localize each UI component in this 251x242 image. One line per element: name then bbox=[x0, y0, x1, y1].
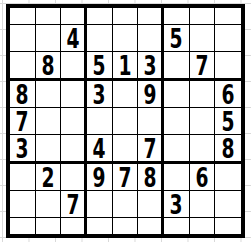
sudoku-cell-r1c7[interactable] bbox=[164, 8, 190, 25]
sudoku-cell-r8c8[interactable] bbox=[190, 191, 216, 218]
sudoku-cell-r9c7[interactable] bbox=[164, 218, 190, 235]
sudoku-cell-r4c7[interactable] bbox=[164, 81, 190, 108]
sudoku-cell-r4c4[interactable]: 3 bbox=[87, 81, 113, 108]
sudoku-cell-r8c6[interactable] bbox=[138, 191, 164, 218]
sudoku-cell-r1c9[interactable] bbox=[215, 8, 241, 25]
given-digit: 5 bbox=[222, 109, 235, 135]
sudoku-cell-r1c6[interactable] bbox=[138, 8, 164, 25]
given-digit: 1 bbox=[118, 53, 131, 79]
given-digit: 9 bbox=[143, 82, 156, 108]
sudoku-cell-r8c2[interactable] bbox=[36, 191, 62, 218]
given-digit: 4 bbox=[93, 136, 106, 162]
sudoku-cell-r2c5[interactable] bbox=[113, 25, 139, 52]
sudoku-cell-r6c5[interactable] bbox=[113, 135, 139, 164]
sudoku-cell-r8c1[interactable] bbox=[10, 191, 36, 218]
sudoku-cell-r4c6[interactable]: 9 bbox=[138, 81, 164, 108]
sudoku-cell-r4c2[interactable] bbox=[36, 81, 62, 108]
given-digit: 2 bbox=[41, 165, 54, 191]
given-digit: 8 bbox=[41, 53, 54, 79]
sudoku-cell-r9c4[interactable] bbox=[87, 218, 113, 235]
sudoku-cell-r3c7[interactable] bbox=[164, 52, 190, 81]
given-digit: 8 bbox=[16, 82, 29, 108]
sudoku-cell-r1c2[interactable] bbox=[36, 8, 62, 25]
sudoku-cell-r9c3[interactable] bbox=[61, 218, 87, 235]
given-digit: 7 bbox=[195, 53, 208, 79]
sudoku-cell-r2c4[interactable] bbox=[87, 25, 113, 52]
sudoku-cell-r5c5[interactable] bbox=[113, 108, 139, 135]
sudoku-cell-r2c3[interactable]: 4 bbox=[61, 25, 87, 52]
sudoku-cell-r8c9[interactable] bbox=[215, 191, 241, 218]
sudoku-cell-r7c9[interactable] bbox=[215, 164, 241, 191]
sudoku-cell-r1c4[interactable] bbox=[87, 8, 113, 25]
spreadsheet-background: 458513783967534782978673 bbox=[0, 0, 251, 242]
sudoku-cell-r9c6[interactable] bbox=[138, 218, 164, 235]
sudoku-cell-r6c6[interactable]: 7 bbox=[138, 135, 164, 164]
sudoku-cell-r1c3[interactable] bbox=[61, 8, 87, 25]
given-digit: 8 bbox=[143, 165, 156, 191]
sudoku-cell-r2c7[interactable]: 5 bbox=[164, 25, 190, 52]
sudoku-cell-r5c2[interactable] bbox=[36, 108, 62, 135]
sudoku-board: 458513783967534782978673 bbox=[6, 4, 245, 238]
sudoku-cell-r6c2[interactable] bbox=[36, 135, 62, 164]
sudoku-cell-r8c4[interactable] bbox=[87, 191, 113, 218]
sudoku-cell-r1c1[interactable] bbox=[10, 8, 36, 25]
sudoku-cell-r3c8[interactable]: 7 bbox=[190, 52, 216, 81]
sudoku-cell-r8c3[interactable]: 7 bbox=[61, 191, 87, 218]
sudoku-cell-r4c1[interactable]: 8 bbox=[10, 81, 36, 108]
sudoku-cell-r6c7[interactable] bbox=[164, 135, 190, 164]
sudoku-cell-r3c2[interactable]: 8 bbox=[36, 52, 62, 81]
given-digit: 7 bbox=[16, 109, 29, 135]
sudoku-cell-r9c9[interactable] bbox=[215, 218, 241, 235]
given-digit: 6 bbox=[195, 165, 208, 191]
sudoku-cell-r9c8[interactable] bbox=[190, 218, 216, 235]
given-digit: 7 bbox=[66, 192, 79, 218]
sudoku-cell-r7c1[interactable] bbox=[10, 164, 36, 191]
sudoku-cell-r3c4[interactable]: 5 bbox=[87, 52, 113, 81]
sudoku-cell-r1c8[interactable] bbox=[190, 8, 216, 25]
sudoku-cell-r8c5[interactable] bbox=[113, 191, 139, 218]
sudoku-cell-r4c8[interactable] bbox=[190, 81, 216, 108]
sudoku-cell-r2c9[interactable] bbox=[215, 25, 241, 52]
sudoku-cell-r9c1[interactable] bbox=[10, 218, 36, 235]
given-digit: 7 bbox=[143, 136, 156, 162]
sudoku-cell-r7c3[interactable] bbox=[61, 164, 87, 191]
sudoku-cell-r9c2[interactable] bbox=[36, 218, 62, 235]
sudoku-cell-r3c1[interactable] bbox=[10, 52, 36, 81]
given-digit: 7 bbox=[118, 165, 131, 191]
sudoku-cell-r7c8[interactable]: 6 bbox=[190, 164, 216, 191]
sudoku-cell-r3c5[interactable]: 1 bbox=[113, 52, 139, 81]
sudoku-cell-r7c7[interactable] bbox=[164, 164, 190, 191]
sudoku-cell-r3c3[interactable] bbox=[61, 52, 87, 81]
sudoku-cell-r7c2[interactable]: 2 bbox=[36, 164, 62, 191]
sudoku-cell-r6c4[interactable]: 4 bbox=[87, 135, 113, 164]
given-digit: 9 bbox=[93, 165, 106, 191]
sudoku-cell-r3c9[interactable] bbox=[215, 52, 241, 81]
given-digit: 6 bbox=[222, 82, 235, 108]
sudoku-cell-r9c5[interactable] bbox=[113, 218, 139, 235]
sudoku-cell-r2c8[interactable] bbox=[190, 25, 216, 52]
sudoku-cell-r5c1[interactable]: 7 bbox=[10, 108, 36, 135]
given-digit: 5 bbox=[170, 26, 183, 52]
given-digit: 3 bbox=[93, 82, 106, 108]
sudoku-cell-r8c7[interactable]: 3 bbox=[164, 191, 190, 218]
sudoku-cell-r2c6[interactable] bbox=[138, 25, 164, 52]
given-digit: 4 bbox=[66, 26, 79, 52]
sudoku-cell-r6c1[interactable]: 3 bbox=[10, 135, 36, 164]
given-digit: 3 bbox=[143, 53, 156, 79]
sudoku-cell-r4c9[interactable]: 6 bbox=[215, 81, 241, 108]
sudoku-cell-r2c2[interactable] bbox=[36, 25, 62, 52]
sudoku-cell-r5c6[interactable] bbox=[138, 108, 164, 135]
sudoku-cell-r3c6[interactable]: 3 bbox=[138, 52, 164, 81]
sudoku-cell-r6c8[interactable] bbox=[190, 135, 216, 164]
sudoku-cell-r7c5[interactable]: 7 bbox=[113, 164, 139, 191]
given-digit: 3 bbox=[16, 136, 29, 162]
sudoku-cell-r6c9[interactable]: 8 bbox=[215, 135, 241, 164]
sudoku-cell-r2c1[interactable] bbox=[10, 25, 36, 52]
given-digit: 5 bbox=[93, 53, 106, 79]
sudoku-cell-r1c5[interactable] bbox=[113, 8, 139, 25]
sudoku-cell-r6c3[interactable] bbox=[61, 135, 87, 164]
sudoku-cell-r4c3[interactable] bbox=[61, 81, 87, 108]
sudoku-cell-r5c3[interactable] bbox=[61, 108, 87, 135]
sudoku-cell-r5c7[interactable] bbox=[164, 108, 190, 135]
given-digit: 3 bbox=[170, 192, 183, 218]
sudoku-cell-r5c8[interactable] bbox=[190, 108, 216, 135]
sudoku-cell-r7c4[interactable]: 9 bbox=[87, 164, 113, 191]
sudoku-cell-r4c5[interactable] bbox=[113, 81, 139, 108]
given-digit: 8 bbox=[222, 136, 235, 162]
sudoku-cell-r7c6[interactable]: 8 bbox=[138, 164, 164, 191]
sudoku-cell-r5c4[interactable] bbox=[87, 108, 113, 135]
sudoku-cell-r5c9[interactable]: 5 bbox=[215, 108, 241, 135]
